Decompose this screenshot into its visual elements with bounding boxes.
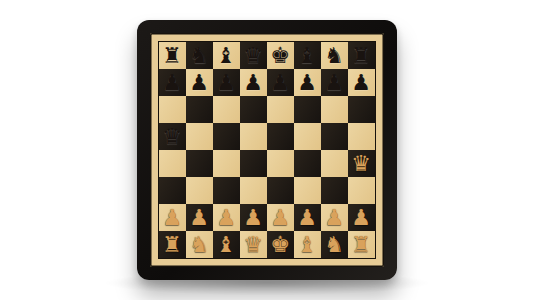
piece-white-pawn[interactable]: ♟ bbox=[216, 207, 236, 229]
square-d4[interactable] bbox=[240, 150, 267, 177]
square-h1[interactable]: ♜ bbox=[348, 231, 375, 258]
square-h3[interactable] bbox=[348, 177, 375, 204]
chess-board: ♜♞♝♛♚♝♞♜♟♟♟♟♟♟♟♟♛♛♟♟♟♟♟♟♟♟♜♞♝♛♚♝♞♜ bbox=[158, 41, 376, 259]
square-h7[interactable]: ♟ bbox=[348, 69, 375, 96]
square-e7[interactable]: ♟ bbox=[267, 69, 294, 96]
piece-white-knight[interactable]: ♞ bbox=[324, 234, 344, 256]
piece-black-pawn[interactable]: ♟ bbox=[297, 72, 317, 94]
piece-black-pawn[interactable]: ♟ bbox=[324, 72, 344, 94]
piece-black-pawn[interactable]: ♟ bbox=[216, 72, 236, 94]
piece-black-knight[interactable]: ♞ bbox=[324, 45, 344, 67]
square-f5[interactable] bbox=[294, 123, 321, 150]
square-b1[interactable]: ♞ bbox=[186, 231, 213, 258]
square-g3[interactable] bbox=[321, 177, 348, 204]
square-a4[interactable] bbox=[159, 150, 186, 177]
square-f1[interactable]: ♝ bbox=[294, 231, 321, 258]
square-d3[interactable] bbox=[240, 177, 267, 204]
square-g1[interactable]: ♞ bbox=[321, 231, 348, 258]
square-f2[interactable]: ♟ bbox=[294, 204, 321, 231]
square-g4[interactable] bbox=[321, 150, 348, 177]
square-c2[interactable]: ♟ bbox=[213, 204, 240, 231]
square-g7[interactable]: ♟ bbox=[321, 69, 348, 96]
piece-white-knight[interactable]: ♞ bbox=[189, 234, 209, 256]
square-h6[interactable] bbox=[348, 96, 375, 123]
piece-white-pawn[interactable]: ♟ bbox=[324, 207, 344, 229]
square-a5[interactable]: ♛ bbox=[159, 123, 186, 150]
square-a6[interactable] bbox=[159, 96, 186, 123]
chess-board-frame: ♜♞♝♛♚♝♞♜♟♟♟♟♟♟♟♟♛♛♟♟♟♟♟♟♟♟♜♞♝♛♚♝♞♜ bbox=[137, 20, 397, 280]
square-e8[interactable]: ♚ bbox=[267, 42, 294, 69]
square-h8[interactable]: ♜ bbox=[348, 42, 375, 69]
square-h2[interactable]: ♟ bbox=[348, 204, 375, 231]
piece-black-rook[interactable]: ♜ bbox=[351, 45, 371, 67]
square-e2[interactable]: ♟ bbox=[267, 204, 294, 231]
square-d1[interactable]: ♛ bbox=[240, 231, 267, 258]
square-b2[interactable]: ♟ bbox=[186, 204, 213, 231]
piece-white-pawn[interactable]: ♟ bbox=[162, 207, 182, 229]
square-h5[interactable] bbox=[348, 123, 375, 150]
square-g8[interactable]: ♞ bbox=[321, 42, 348, 69]
square-c1[interactable]: ♝ bbox=[213, 231, 240, 258]
piece-black-rook[interactable]: ♜ bbox=[162, 45, 182, 67]
square-c8[interactable]: ♝ bbox=[213, 42, 240, 69]
square-c7[interactable]: ♟ bbox=[213, 69, 240, 96]
piece-black-queen[interactable]: ♛ bbox=[162, 126, 182, 148]
square-b5[interactable] bbox=[186, 123, 213, 150]
piece-black-king[interactable]: ♚ bbox=[270, 45, 290, 67]
square-g5[interactable] bbox=[321, 123, 348, 150]
square-e3[interactable] bbox=[267, 177, 294, 204]
piece-black-bishop[interactable]: ♝ bbox=[297, 45, 317, 67]
square-c3[interactable] bbox=[213, 177, 240, 204]
piece-white-bishop[interactable]: ♝ bbox=[297, 234, 317, 256]
square-a1[interactable]: ♜ bbox=[159, 231, 186, 258]
piece-white-bishop[interactable]: ♝ bbox=[216, 234, 236, 256]
square-c6[interactable] bbox=[213, 96, 240, 123]
piece-white-pawn[interactable]: ♟ bbox=[351, 207, 371, 229]
square-e4[interactable] bbox=[267, 150, 294, 177]
piece-black-queen[interactable]: ♛ bbox=[243, 45, 263, 67]
square-f7[interactable]: ♟ bbox=[294, 69, 321, 96]
square-e5[interactable] bbox=[267, 123, 294, 150]
piece-black-bishop[interactable]: ♝ bbox=[216, 45, 236, 67]
square-f8[interactable]: ♝ bbox=[294, 42, 321, 69]
piece-white-rook[interactable]: ♜ bbox=[351, 234, 371, 256]
piece-white-pawn[interactable]: ♟ bbox=[243, 207, 263, 229]
square-f4[interactable] bbox=[294, 150, 321, 177]
square-h4[interactable]: ♛ bbox=[348, 150, 375, 177]
piece-black-pawn[interactable]: ♟ bbox=[162, 72, 182, 94]
board-maple-border: ♜♞♝♛♚♝♞♜♟♟♟♟♟♟♟♟♛♛♟♟♟♟♟♟♟♟♜♞♝♛♚♝♞♜ bbox=[150, 33, 384, 267]
square-d7[interactable]: ♟ bbox=[240, 69, 267, 96]
square-e6[interactable] bbox=[267, 96, 294, 123]
square-b6[interactable] bbox=[186, 96, 213, 123]
piece-black-pawn[interactable]: ♟ bbox=[351, 72, 371, 94]
square-e1[interactable]: ♚ bbox=[267, 231, 294, 258]
piece-white-rook[interactable]: ♜ bbox=[162, 234, 182, 256]
product-photo-stage: ♜♞♝♛♚♝♞♜♟♟♟♟♟♟♟♟♛♛♟♟♟♟♟♟♟♟♜♞♝♛♚♝♞♜ bbox=[0, 0, 533, 300]
square-a2[interactable]: ♟ bbox=[159, 204, 186, 231]
square-g2[interactable]: ♟ bbox=[321, 204, 348, 231]
square-b4[interactable] bbox=[186, 150, 213, 177]
square-a8[interactable]: ♜ bbox=[159, 42, 186, 69]
square-f6[interactable] bbox=[294, 96, 321, 123]
piece-white-pawn[interactable]: ♟ bbox=[297, 207, 317, 229]
square-c5[interactable] bbox=[213, 123, 240, 150]
square-d2[interactable]: ♟ bbox=[240, 204, 267, 231]
piece-white-queen[interactable]: ♛ bbox=[351, 153, 371, 175]
square-a3[interactable] bbox=[159, 177, 186, 204]
square-b3[interactable] bbox=[186, 177, 213, 204]
square-d8[interactable]: ♛ bbox=[240, 42, 267, 69]
piece-white-king[interactable]: ♚ bbox=[270, 234, 290, 256]
square-g6[interactable] bbox=[321, 96, 348, 123]
square-d6[interactable] bbox=[240, 96, 267, 123]
square-b7[interactable]: ♟ bbox=[186, 69, 213, 96]
piece-black-pawn[interactable]: ♟ bbox=[270, 72, 290, 94]
piece-black-knight[interactable]: ♞ bbox=[189, 45, 209, 67]
piece-white-queen[interactable]: ♛ bbox=[243, 234, 263, 256]
piece-black-pawn[interactable]: ♟ bbox=[243, 72, 263, 94]
square-d5[interactable] bbox=[240, 123, 267, 150]
square-b8[interactable]: ♞ bbox=[186, 42, 213, 69]
piece-white-pawn[interactable]: ♟ bbox=[270, 207, 290, 229]
piece-white-pawn[interactable]: ♟ bbox=[189, 207, 209, 229]
square-c4[interactable] bbox=[213, 150, 240, 177]
square-a7[interactable]: ♟ bbox=[159, 69, 186, 96]
piece-black-pawn[interactable]: ♟ bbox=[189, 72, 209, 94]
square-f3[interactable] bbox=[294, 177, 321, 204]
